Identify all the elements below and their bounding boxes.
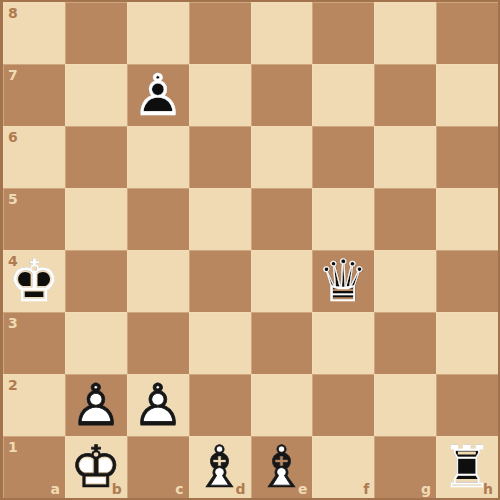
square-h2[interactable] — [436, 374, 498, 436]
piece-black-king-a4[interactable]: ♚♔ — [3, 250, 65, 312]
square-d4[interactable] — [189, 250, 251, 312]
piece-white-king-b1[interactable]: ♚♔ — [65, 436, 127, 498]
file-label-a: a — [50, 482, 59, 496]
square-f1[interactable]: f — [312, 436, 374, 498]
piece-white-pawn-c2[interactable]: ♟♙ — [127, 374, 189, 436]
square-g4[interactable] — [374, 250, 436, 312]
square-d7[interactable] — [189, 64, 251, 126]
square-a1[interactable]: 1a — [3, 436, 65, 498]
square-e6[interactable] — [251, 126, 313, 188]
square-a3[interactable]: 3 — [3, 312, 65, 374]
square-a7[interactable]: 7 — [3, 64, 65, 126]
square-g6[interactable] — [374, 126, 436, 188]
file-label-f: f — [363, 482, 369, 496]
square-b6[interactable] — [65, 126, 127, 188]
piece-white-pawn-b2[interactable]: ♟♙ — [65, 374, 127, 436]
square-c6[interactable] — [127, 126, 189, 188]
piece-black-rook-h1[interactable]: ♜♖ — [436, 436, 498, 498]
rank-label-3: 3 — [8, 316, 18, 330]
square-h1[interactable]: h♜♖ — [436, 436, 498, 498]
rank-label-1: 1 — [8, 440, 18, 454]
square-d1[interactable]: d♝♗ — [189, 436, 251, 498]
square-f6[interactable] — [312, 126, 374, 188]
square-e2[interactable] — [251, 374, 313, 436]
rank-label-7: 7 — [8, 68, 18, 82]
square-h3[interactable] — [436, 312, 498, 374]
square-b8[interactable] — [65, 2, 127, 64]
square-f5[interactable] — [312, 188, 374, 250]
rank-label-5: 5 — [8, 192, 18, 206]
white-king-outline-glyph: ♔ — [65, 436, 127, 498]
square-f2[interactable] — [312, 374, 374, 436]
square-c2[interactable]: ♟♙ — [127, 374, 189, 436]
white-pawn-outline-glyph: ♙ — [65, 374, 127, 436]
file-label-c: c — [175, 482, 183, 496]
square-a5[interactable]: 5 — [3, 188, 65, 250]
piece-black-pawn-c7[interactable]: ♟♙ — [127, 64, 189, 126]
square-f8[interactable] — [312, 2, 374, 64]
rank-label-6: 6 — [8, 130, 18, 144]
square-g2[interactable] — [374, 374, 436, 436]
square-g5[interactable] — [374, 188, 436, 250]
square-d3[interactable] — [189, 312, 251, 374]
square-c1[interactable]: c — [127, 436, 189, 498]
square-c4[interactable] — [127, 250, 189, 312]
square-h8[interactable] — [436, 2, 498, 64]
square-b5[interactable] — [65, 188, 127, 250]
black-rook-outline-glyph: ♖ — [436, 436, 498, 498]
square-e1[interactable]: e♝♗ — [251, 436, 313, 498]
square-g7[interactable] — [374, 64, 436, 126]
square-e8[interactable] — [251, 2, 313, 64]
chess-board: 87♟♙654♚♔♛♕32♟♙♟♙1ab♚♔cd♝♗e♝♗fgh♜♖ — [3, 2, 498, 498]
square-c8[interactable] — [127, 2, 189, 64]
square-b4[interactable] — [65, 250, 127, 312]
square-a6[interactable]: 6 — [3, 126, 65, 188]
piece-white-bishop-d1[interactable]: ♝♗ — [189, 436, 251, 498]
square-g3[interactable] — [374, 312, 436, 374]
square-a4[interactable]: 4♚♔ — [3, 250, 65, 312]
square-f7[interactable] — [312, 64, 374, 126]
square-f3[interactable] — [312, 312, 374, 374]
white-bishop-outline-glyph: ♗ — [251, 436, 313, 498]
square-c3[interactable] — [127, 312, 189, 374]
square-b1[interactable]: b♚♔ — [65, 436, 127, 498]
rank-label-8: 8 — [8, 6, 18, 20]
square-e7[interactable] — [251, 64, 313, 126]
square-h4[interactable] — [436, 250, 498, 312]
square-g1[interactable]: g — [374, 436, 436, 498]
white-pawn-outline-glyph: ♙ — [127, 374, 189, 436]
square-f4[interactable]: ♛♕ — [312, 250, 374, 312]
square-b7[interactable] — [65, 64, 127, 126]
square-d8[interactable] — [189, 2, 251, 64]
square-d6[interactable] — [189, 126, 251, 188]
square-h5[interactable] — [436, 188, 498, 250]
chess-board-frame: 87♟♙654♚♔♛♕32♟♙♟♙1ab♚♔cd♝♗e♝♗fgh♜♖ — [0, 0, 500, 500]
square-a8[interactable]: 8 — [3, 2, 65, 64]
square-a2[interactable]: 2 — [3, 374, 65, 436]
square-h7[interactable] — [436, 64, 498, 126]
black-queen-outline-glyph: ♕ — [312, 250, 374, 312]
square-e3[interactable] — [251, 312, 313, 374]
square-e4[interactable] — [251, 250, 313, 312]
square-e5[interactable] — [251, 188, 313, 250]
rank-label-2: 2 — [8, 378, 18, 392]
square-c5[interactable] — [127, 188, 189, 250]
square-d2[interactable] — [189, 374, 251, 436]
square-c7[interactable]: ♟♙ — [127, 64, 189, 126]
file-label-g: g — [421, 482, 431, 496]
square-b3[interactable] — [65, 312, 127, 374]
white-bishop-outline-glyph: ♗ — [189, 436, 251, 498]
black-king-outline-glyph: ♔ — [3, 250, 65, 312]
square-h6[interactable] — [436, 126, 498, 188]
square-b2[interactable]: ♟♙ — [65, 374, 127, 436]
square-d5[interactable] — [189, 188, 251, 250]
piece-white-bishop-e1[interactable]: ♝♗ — [251, 436, 313, 498]
black-pawn-outline-glyph: ♙ — [127, 64, 189, 126]
piece-black-queen-f4[interactable]: ♛♕ — [312, 250, 374, 312]
square-g8[interactable] — [374, 2, 436, 64]
